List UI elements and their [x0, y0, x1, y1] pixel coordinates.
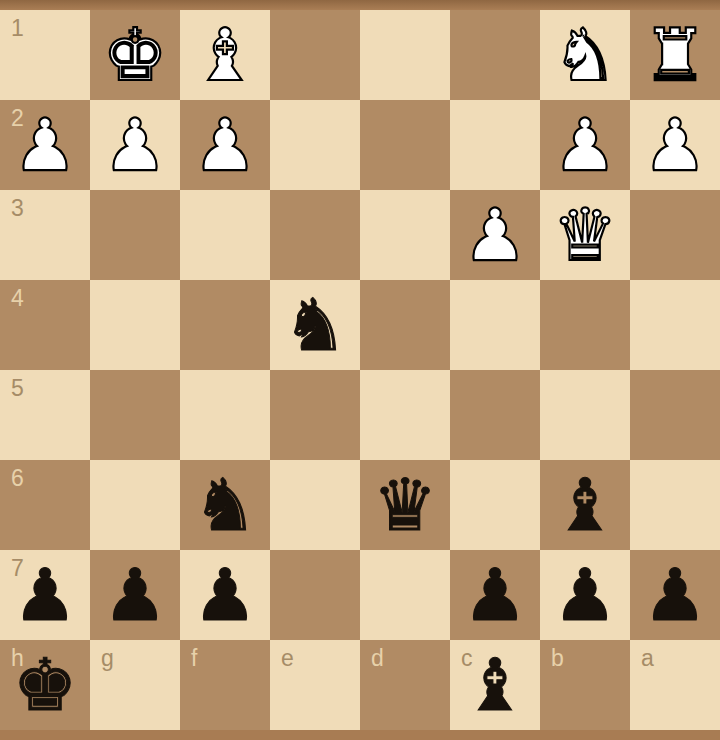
rank-label-6: 6 [11, 467, 24, 490]
white-rook[interactable]: ♜ [630, 10, 720, 100]
square-g6[interactable] [90, 460, 180, 550]
square-g5[interactable] [90, 370, 180, 460]
square-a3[interactable] [630, 190, 720, 280]
black-king[interactable]: ♚ [0, 640, 90, 730]
square-d7[interactable] [360, 550, 450, 640]
black-pawn[interactable]: ♟ [450, 550, 540, 640]
square-b3[interactable]: ♛ [540, 190, 630, 280]
square-g4[interactable] [90, 280, 180, 370]
square-h8[interactable]: h♚ [0, 640, 90, 730]
square-e7[interactable] [270, 550, 360, 640]
square-h3[interactable]: 3 [0, 190, 90, 280]
white-king[interactable]: ♚ [90, 10, 180, 100]
square-f6[interactable]: ♞ [180, 460, 270, 550]
black-pawn[interactable]: ♟ [540, 550, 630, 640]
square-c6[interactable] [450, 460, 540, 550]
square-g2[interactable]: ♟ [90, 100, 180, 190]
white-knight[interactable]: ♞ [540, 10, 630, 100]
square-b4[interactable] [540, 280, 630, 370]
square-b5[interactable] [540, 370, 630, 460]
file-label-b: b [551, 647, 564, 670]
square-g7[interactable]: ♟ [90, 550, 180, 640]
white-pawn[interactable]: ♟ [180, 100, 270, 190]
square-c7[interactable]: ♟ [450, 550, 540, 640]
square-a2[interactable]: ♟ [630, 100, 720, 190]
square-e3[interactable] [270, 190, 360, 280]
square-d1[interactable] [360, 10, 450, 100]
file-label-d: d [371, 647, 384, 670]
white-bishop[interactable]: ♝ [180, 10, 270, 100]
square-b8[interactable]: b [540, 640, 630, 730]
board-frame-top [0, 0, 720, 10]
black-pawn[interactable]: ♟ [630, 550, 720, 640]
square-c4[interactable] [450, 280, 540, 370]
square-h5[interactable]: 5 [0, 370, 90, 460]
file-label-f: f [191, 647, 197, 670]
white-pawn[interactable]: ♟ [450, 190, 540, 280]
square-h7[interactable]: 7♟ [0, 550, 90, 640]
square-f1[interactable]: ♝ [180, 10, 270, 100]
square-d4[interactable] [360, 280, 450, 370]
black-bishop[interactable]: ♝ [450, 640, 540, 730]
square-g3[interactable] [90, 190, 180, 280]
black-knight[interactable]: ♞ [270, 280, 360, 370]
square-f7[interactable]: ♟ [180, 550, 270, 640]
square-d8[interactable]: d [360, 640, 450, 730]
square-a4[interactable] [630, 280, 720, 370]
square-a8[interactable]: a [630, 640, 720, 730]
file-label-e: e [281, 647, 294, 670]
black-pawn[interactable]: ♟ [90, 550, 180, 640]
rank-label-5: 5 [11, 377, 24, 400]
square-e5[interactable] [270, 370, 360, 460]
file-label-g: g [101, 647, 114, 670]
square-f8[interactable]: f [180, 640, 270, 730]
square-b6[interactable]: ♝ [540, 460, 630, 550]
square-c8[interactable]: c♝ [450, 640, 540, 730]
square-f4[interactable] [180, 280, 270, 370]
square-f2[interactable]: ♟ [180, 100, 270, 190]
chess-board: 1♚♝♞♜2♟♟♟♟♟3♟♛4♞56♞♛♝7♟♟♟♟♟♟h♚gfedc♝ba [0, 10, 720, 730]
square-d6[interactable]: ♛ [360, 460, 450, 550]
square-f5[interactable] [180, 370, 270, 460]
square-h2[interactable]: 2♟ [0, 100, 90, 190]
square-g8[interactable]: g [90, 640, 180, 730]
white-pawn[interactable]: ♟ [90, 100, 180, 190]
black-bishop[interactable]: ♝ [540, 460, 630, 550]
file-label-a: a [641, 647, 654, 670]
square-d5[interactable] [360, 370, 450, 460]
square-a1[interactable]: ♜ [630, 10, 720, 100]
square-e2[interactable] [270, 100, 360, 190]
rank-label-3: 3 [11, 197, 24, 220]
square-d2[interactable] [360, 100, 450, 190]
square-b2[interactable]: ♟ [540, 100, 630, 190]
square-c5[interactable] [450, 370, 540, 460]
square-c3[interactable]: ♟ [450, 190, 540, 280]
square-e8[interactable]: e [270, 640, 360, 730]
black-knight[interactable]: ♞ [180, 460, 270, 550]
square-e4[interactable]: ♞ [270, 280, 360, 370]
white-queen[interactable]: ♛ [540, 190, 630, 280]
board-frame-bottom [0, 730, 720, 740]
chess-board-container: 1♚♝♞♜2♟♟♟♟♟3♟♛4♞56♞♛♝7♟♟♟♟♟♟h♚gfedc♝ba [0, 0, 720, 740]
black-queen[interactable]: ♛ [360, 460, 450, 550]
white-pawn[interactable]: ♟ [630, 100, 720, 190]
square-e6[interactable] [270, 460, 360, 550]
white-pawn[interactable]: ♟ [540, 100, 630, 190]
rank-label-4: 4 [11, 287, 24, 310]
white-pawn[interactable]: ♟ [0, 100, 90, 190]
black-pawn[interactable]: ♟ [180, 550, 270, 640]
square-d3[interactable] [360, 190, 450, 280]
square-c2[interactable] [450, 100, 540, 190]
black-pawn[interactable]: ♟ [0, 550, 90, 640]
square-c1[interactable] [450, 10, 540, 100]
square-h1[interactable]: 1 [0, 10, 90, 100]
square-b1[interactable]: ♞ [540, 10, 630, 100]
square-b7[interactable]: ♟ [540, 550, 630, 640]
square-h4[interactable]: 4 [0, 280, 90, 370]
square-e1[interactable] [270, 10, 360, 100]
square-a7[interactable]: ♟ [630, 550, 720, 640]
square-h6[interactable]: 6 [0, 460, 90, 550]
square-g1[interactable]: ♚ [90, 10, 180, 100]
square-a6[interactable] [630, 460, 720, 550]
rank-label-1: 1 [11, 17, 24, 40]
square-f3[interactable] [180, 190, 270, 280]
square-a5[interactable] [630, 370, 720, 460]
